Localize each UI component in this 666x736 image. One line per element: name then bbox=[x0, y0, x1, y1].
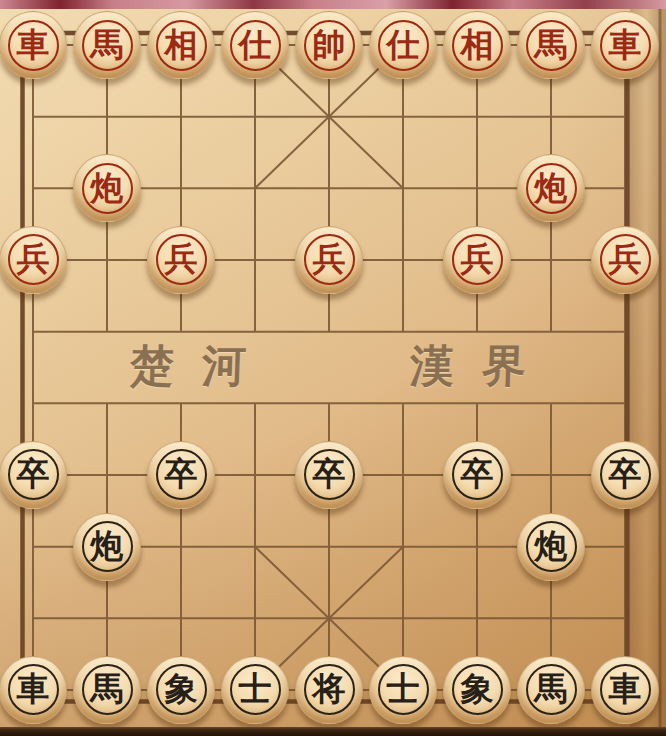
piece-red-elephant-g[interactable]: 相 bbox=[443, 11, 511, 79]
piece-glyph: 車 bbox=[609, 28, 642, 61]
piece-glyph: 仕 bbox=[387, 28, 420, 61]
xiangqi-app: 楚河 漢界 車馬相仕帥仕相馬車炮炮兵兵兵兵兵卒卒卒卒卒炮炮車馬象士将士象馬車 bbox=[0, 0, 666, 736]
piece-ring: 卒 bbox=[452, 449, 503, 500]
piece-red-horse-h[interactable]: 馬 bbox=[517, 11, 585, 79]
piece-ring: 兵 bbox=[156, 234, 207, 285]
piece-glyph: 象 bbox=[461, 672, 494, 705]
piece-black-advisor-f[interactable]: 士 bbox=[369, 656, 437, 724]
piece-glyph: 炮 bbox=[535, 529, 568, 562]
piece-black-cannon-h[interactable]: 炮 bbox=[517, 513, 585, 581]
piece-glyph: 象 bbox=[165, 672, 198, 705]
piece-glyph: 車 bbox=[609, 672, 642, 705]
piece-black-horse-h[interactable]: 馬 bbox=[517, 656, 585, 724]
piece-glyph: 卒 bbox=[165, 457, 198, 490]
piece-glyph: 炮 bbox=[91, 529, 124, 562]
piece-ring: 士 bbox=[230, 664, 281, 715]
piece-black-horse-b[interactable]: 馬 bbox=[73, 656, 141, 724]
piece-glyph: 炮 bbox=[535, 171, 568, 204]
piece-ring: 象 bbox=[156, 664, 207, 715]
piece-glyph: 兵 bbox=[165, 242, 198, 275]
piece-red-soldier-e[interactable]: 兵 bbox=[295, 226, 363, 294]
piece-ring: 兵 bbox=[304, 234, 355, 285]
piece-glyph: 馬 bbox=[535, 672, 568, 705]
piece-glyph: 車 bbox=[17, 28, 50, 61]
piece-red-horse-b[interactable]: 馬 bbox=[73, 11, 141, 79]
piece-glyph: 馬 bbox=[535, 28, 568, 61]
piece-ring: 車 bbox=[8, 20, 59, 71]
piece-red-cannon-h[interactable]: 炮 bbox=[517, 154, 585, 222]
piece-ring: 相 bbox=[452, 20, 503, 71]
piece-black-advisor-d[interactable]: 士 bbox=[221, 656, 289, 724]
piece-ring: 車 bbox=[600, 664, 651, 715]
piece-ring: 相 bbox=[156, 20, 207, 71]
piece-ring: 炮 bbox=[82, 521, 133, 572]
piece-ring: 馬 bbox=[82, 20, 133, 71]
xiangqi-board[interactable]: 楚河 漢界 車馬相仕帥仕相馬車炮炮兵兵兵兵兵卒卒卒卒卒炮炮車馬象士将士象馬車 bbox=[0, 0, 666, 736]
piece-black-soldier-c[interactable]: 卒 bbox=[147, 441, 215, 509]
piece-glyph: 馬 bbox=[91, 672, 124, 705]
piece-black-soldier-g[interactable]: 卒 bbox=[443, 441, 511, 509]
piece-ring: 帥 bbox=[304, 20, 355, 71]
piece-red-advisor-d[interactable]: 仕 bbox=[221, 11, 289, 79]
piece-black-chariot-a[interactable]: 車 bbox=[0, 656, 67, 724]
piece-ring: 象 bbox=[452, 664, 503, 715]
piece-ring: 炮 bbox=[526, 163, 577, 214]
piece-ring: 将 bbox=[304, 664, 355, 715]
piece-ring: 車 bbox=[600, 20, 651, 71]
piece-glyph: 帥 bbox=[313, 28, 346, 61]
piece-ring: 兵 bbox=[452, 234, 503, 285]
piece-red-cannon-b[interactable]: 炮 bbox=[73, 154, 141, 222]
piece-glyph: 炮 bbox=[91, 171, 124, 204]
piece-glyph: 仕 bbox=[239, 28, 272, 61]
piece-ring: 卒 bbox=[8, 449, 59, 500]
piece-glyph: 士 bbox=[239, 672, 272, 705]
piece-black-soldier-a[interactable]: 卒 bbox=[0, 441, 67, 509]
piece-glyph: 兵 bbox=[17, 242, 50, 275]
piece-glyph: 兵 bbox=[313, 242, 346, 275]
piece-red-soldier-c[interactable]: 兵 bbox=[147, 226, 215, 294]
piece-ring: 仕 bbox=[378, 20, 429, 71]
piece-ring: 馬 bbox=[526, 664, 577, 715]
pieces-grid: 車馬相仕帥仕相馬車炮炮兵兵兵兵兵卒卒卒卒卒炮炮車馬象士将士象馬車 bbox=[0, 9, 662, 726]
piece-red-soldier-g[interactable]: 兵 bbox=[443, 226, 511, 294]
piece-red-advisor-f[interactable]: 仕 bbox=[369, 11, 437, 79]
piece-glyph: 相 bbox=[461, 28, 494, 61]
piece-ring: 卒 bbox=[600, 449, 651, 500]
board-bottom-edge bbox=[0, 727, 666, 736]
piece-black-elephant-g[interactable]: 象 bbox=[443, 656, 511, 724]
piece-ring: 仕 bbox=[230, 20, 281, 71]
piece-glyph: 卒 bbox=[609, 457, 642, 490]
piece-red-general[interactable]: 帥 bbox=[295, 11, 363, 79]
piece-black-soldier-i[interactable]: 卒 bbox=[591, 441, 659, 509]
piece-red-soldier-a[interactable]: 兵 bbox=[0, 226, 67, 294]
piece-glyph: 馬 bbox=[91, 28, 124, 61]
piece-ring: 兵 bbox=[8, 234, 59, 285]
piece-black-elephant-c[interactable]: 象 bbox=[147, 656, 215, 724]
piece-glyph: 卒 bbox=[313, 457, 346, 490]
piece-ring: 炮 bbox=[526, 521, 577, 572]
piece-glyph: 将 bbox=[313, 672, 346, 705]
piece-ring: 馬 bbox=[526, 20, 577, 71]
piece-ring: 兵 bbox=[600, 234, 651, 285]
piece-glyph: 兵 bbox=[461, 242, 494, 275]
piece-ring: 士 bbox=[378, 664, 429, 715]
piece-black-general[interactable]: 将 bbox=[295, 656, 363, 724]
piece-glyph: 兵 bbox=[609, 242, 642, 275]
piece-ring: 車 bbox=[8, 664, 59, 715]
piece-ring: 炮 bbox=[82, 163, 133, 214]
piece-red-chariot-i[interactable]: 車 bbox=[591, 11, 659, 79]
piece-ring: 卒 bbox=[304, 449, 355, 500]
piece-glyph: 車 bbox=[17, 672, 50, 705]
piece-glyph: 卒 bbox=[17, 457, 50, 490]
piece-glyph: 卒 bbox=[461, 457, 494, 490]
piece-glyph: 相 bbox=[165, 28, 198, 61]
piece-glyph: 士 bbox=[387, 672, 420, 705]
piece-ring: 卒 bbox=[156, 449, 207, 500]
piece-black-cannon-b[interactable]: 炮 bbox=[73, 513, 141, 581]
piece-red-soldier-i[interactable]: 兵 bbox=[591, 226, 659, 294]
piece-red-chariot-a[interactable]: 車 bbox=[0, 11, 67, 79]
piece-black-chariot-i[interactable]: 車 bbox=[591, 656, 659, 724]
piece-red-elephant-c[interactable]: 相 bbox=[147, 11, 215, 79]
piece-black-soldier-e[interactable]: 卒 bbox=[295, 441, 363, 509]
background-top-strip bbox=[0, 0, 666, 9]
piece-ring: 馬 bbox=[82, 664, 133, 715]
